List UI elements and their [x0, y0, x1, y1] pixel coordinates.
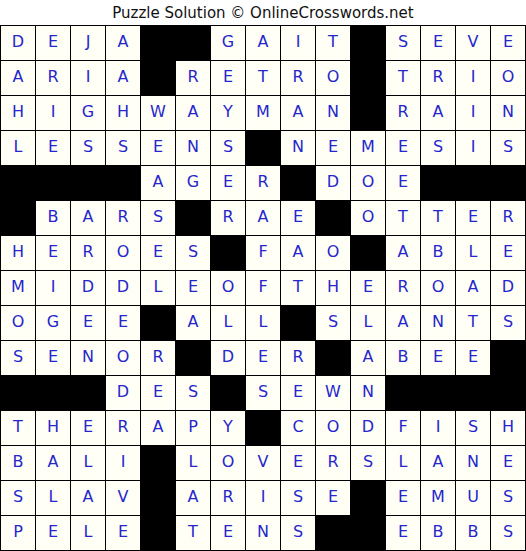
- letter-cell: E: [386, 131, 420, 165]
- black-cell: [316, 341, 350, 375]
- letter-cell: E: [71, 306, 105, 340]
- letter-cell: L: [246, 306, 280, 340]
- letter-cell: H: [1, 236, 35, 270]
- letter-cell: H: [1, 96, 35, 130]
- letter-cell: S: [491, 131, 525, 165]
- black-cell: [1, 201, 35, 235]
- black-cell: [71, 166, 105, 200]
- letter-cell: E: [316, 131, 350, 165]
- black-cell: [141, 26, 175, 60]
- letter-cell: B: [36, 201, 70, 235]
- letter-cell: E: [281, 446, 315, 480]
- letter-cell: A: [71, 481, 105, 515]
- letter-cell: L: [71, 446, 105, 480]
- letter-cell: E: [211, 516, 245, 550]
- letter-cell: W: [141, 96, 175, 130]
- letter-cell: S: [1, 481, 35, 515]
- letter-cell: S: [491, 306, 525, 340]
- letter-cell: L: [386, 446, 420, 480]
- letter-cell: L: [36, 481, 70, 515]
- letter-cell: R: [421, 61, 455, 95]
- letter-cell: O: [316, 61, 350, 95]
- letter-cell: T: [176, 516, 210, 550]
- letter-cell: C: [281, 411, 315, 445]
- black-cell: [316, 516, 350, 550]
- black-cell: [351, 26, 385, 60]
- letter-cell: N: [71, 341, 105, 375]
- black-cell: [281, 166, 315, 200]
- letter-cell: T: [386, 201, 420, 235]
- letter-cell: I: [246, 481, 280, 515]
- letter-cell: O: [211, 446, 245, 480]
- letter-cell: S: [351, 446, 385, 480]
- letter-cell: I: [456, 96, 490, 130]
- black-cell: [36, 376, 70, 410]
- letter-cell: S: [491, 516, 525, 550]
- letter-cell: V: [106, 481, 140, 515]
- letter-cell: N: [421, 306, 455, 340]
- letter-cell: H: [491, 411, 525, 445]
- letter-cell: M: [246, 96, 280, 130]
- letter-cell: E: [456, 201, 490, 235]
- letter-cell: L: [211, 306, 245, 340]
- letter-cell: A: [421, 446, 455, 480]
- black-cell: [36, 166, 70, 200]
- letter-cell: N: [456, 446, 490, 480]
- letter-cell: D: [211, 341, 245, 375]
- letter-cell: A: [281, 96, 315, 130]
- letter-cell: E: [491, 236, 525, 270]
- letter-cell: T: [386, 61, 420, 95]
- letter-cell: F: [246, 236, 280, 270]
- black-cell: [316, 201, 350, 235]
- letter-cell: R: [281, 341, 315, 375]
- letter-cell: A: [246, 201, 280, 235]
- letter-cell: I: [36, 96, 70, 130]
- letter-cell: E: [211, 166, 245, 200]
- letter-cell: T: [316, 26, 350, 60]
- letter-cell: B: [421, 236, 455, 270]
- letter-cell: T: [246, 61, 280, 95]
- letter-cell: E: [281, 201, 315, 235]
- letter-cell: E: [106, 306, 140, 340]
- letter-cell: E: [71, 411, 105, 445]
- letter-cell: I: [106, 446, 140, 480]
- letter-cell: A: [456, 271, 490, 305]
- letter-cell: H: [316, 271, 350, 305]
- black-cell: [351, 516, 385, 550]
- letter-cell: E: [386, 516, 420, 550]
- letter-cell: S: [246, 376, 280, 410]
- black-cell: [211, 376, 245, 410]
- letter-cell: O: [211, 271, 245, 305]
- black-cell: [1, 376, 35, 410]
- black-cell: [386, 376, 420, 410]
- letter-cell: A: [1, 61, 35, 95]
- letter-cell: A: [176, 306, 210, 340]
- letter-cell: A: [281, 236, 315, 270]
- black-cell: [351, 236, 385, 270]
- letter-cell: O: [351, 166, 385, 200]
- letter-cell: A: [246, 26, 280, 60]
- letter-cell: S: [106, 131, 140, 165]
- letter-cell: L: [351, 306, 385, 340]
- letter-cell: G: [176, 166, 210, 200]
- letter-cell: O: [106, 236, 140, 270]
- letter-cell: N: [351, 376, 385, 410]
- letter-cell: A: [141, 411, 175, 445]
- letter-cell: E: [141, 131, 175, 165]
- letter-cell: V: [246, 446, 280, 480]
- letter-cell: F: [386, 411, 420, 445]
- letter-cell: V: [456, 26, 490, 60]
- letter-cell: A: [351, 341, 385, 375]
- black-cell: [351, 61, 385, 95]
- letter-cell: S: [281, 481, 315, 515]
- black-cell: [141, 446, 175, 480]
- letter-cell: N: [176, 131, 210, 165]
- letter-cell: A: [106, 26, 140, 60]
- letter-cell: R: [36, 61, 70, 95]
- letter-cell: R: [141, 341, 175, 375]
- letter-cell: O: [1, 306, 35, 340]
- black-cell: [351, 96, 385, 130]
- letter-cell: R: [106, 411, 140, 445]
- black-cell: [176, 26, 210, 60]
- letter-cell: D: [71, 271, 105, 305]
- letter-cell: H: [36, 411, 70, 445]
- black-cell: [491, 166, 525, 200]
- black-cell: [176, 201, 210, 235]
- letter-cell: A: [176, 481, 210, 515]
- letter-cell: D: [1, 26, 35, 60]
- letter-cell: A: [386, 306, 420, 340]
- letter-cell: R: [316, 446, 350, 480]
- black-cell: [456, 166, 490, 200]
- black-cell: [421, 166, 455, 200]
- letter-cell: G: [36, 306, 70, 340]
- black-cell: [71, 376, 105, 410]
- letter-cell: R: [491, 201, 525, 235]
- letter-cell: E: [246, 341, 280, 375]
- letter-cell: E: [421, 341, 455, 375]
- black-cell: [246, 131, 280, 165]
- letter-cell: R: [386, 271, 420, 305]
- black-cell: [141, 306, 175, 340]
- letter-cell: J: [71, 26, 105, 60]
- letter-cell: E: [141, 236, 175, 270]
- letter-cell: E: [36, 236, 70, 270]
- letter-cell: T: [281, 271, 315, 305]
- letter-cell: A: [71, 201, 105, 235]
- letter-cell: P: [1, 516, 35, 550]
- letter-cell: T: [1, 411, 35, 445]
- letter-cell: R: [211, 481, 245, 515]
- letter-cell: U: [456, 481, 490, 515]
- letter-cell: Y: [211, 411, 245, 445]
- letter-cell: Y: [211, 96, 245, 130]
- letter-cell: M: [421, 481, 455, 515]
- letter-cell: R: [106, 201, 140, 235]
- letter-cell: R: [386, 96, 420, 130]
- letter-cell: E: [141, 376, 175, 410]
- letter-cell: E: [36, 131, 70, 165]
- letter-cell: E: [36, 26, 70, 60]
- letter-cell: T: [421, 201, 455, 235]
- letter-cell: A: [176, 96, 210, 130]
- letter-cell: M: [351, 131, 385, 165]
- black-cell: [491, 376, 525, 410]
- letter-cell: O: [106, 341, 140, 375]
- letter-cell: E: [491, 26, 525, 60]
- letter-cell: I: [281, 26, 315, 60]
- letter-cell: S: [456, 411, 490, 445]
- letter-cell: B: [386, 341, 420, 375]
- letter-cell: E: [456, 341, 490, 375]
- letter-cell: I: [71, 61, 105, 95]
- letter-cell: D: [351, 411, 385, 445]
- letter-cell: N: [246, 516, 280, 550]
- letter-cell: N: [491, 96, 525, 130]
- letter-cell: R: [211, 201, 245, 235]
- black-cell: [211, 236, 245, 270]
- letter-cell: R: [71, 236, 105, 270]
- letter-cell: W: [316, 376, 350, 410]
- letter-cell: R: [281, 61, 315, 95]
- letter-cell: T: [456, 306, 490, 340]
- letter-cell: A: [386, 236, 420, 270]
- letter-cell: S: [316, 306, 350, 340]
- letter-cell: E: [386, 481, 420, 515]
- letter-cell: B: [1, 446, 35, 480]
- letter-cell: S: [1, 341, 35, 375]
- letter-cell: D: [106, 376, 140, 410]
- letter-cell: L: [141, 271, 175, 305]
- letter-cell: I: [36, 271, 70, 305]
- letter-cell: S: [176, 236, 210, 270]
- letter-cell: R: [176, 61, 210, 95]
- letter-cell: O: [316, 411, 350, 445]
- letter-cell: A: [141, 166, 175, 200]
- letter-cell: A: [106, 61, 140, 95]
- letter-cell: N: [316, 96, 350, 130]
- letter-cell: O: [491, 61, 525, 95]
- letter-cell: E: [106, 516, 140, 550]
- black-cell: [491, 341, 525, 375]
- letter-cell: O: [316, 236, 350, 270]
- letter-cell: S: [386, 26, 420, 60]
- black-cell: [246, 411, 280, 445]
- letter-cell: S: [421, 131, 455, 165]
- letter-cell: E: [281, 376, 315, 410]
- letter-cell: G: [211, 26, 245, 60]
- letter-cell: L: [71, 516, 105, 550]
- black-cell: [141, 61, 175, 95]
- letter-cell: N: [281, 131, 315, 165]
- black-cell: [351, 481, 385, 515]
- letter-cell: S: [211, 131, 245, 165]
- letter-cell: E: [176, 271, 210, 305]
- letter-cell: M: [1, 271, 35, 305]
- letter-cell: S: [281, 516, 315, 550]
- letter-cell: L: [176, 446, 210, 480]
- letter-cell: I: [421, 411, 455, 445]
- letter-cell: R: [246, 166, 280, 200]
- letter-cell: E: [386, 166, 420, 200]
- letter-cell: B: [456, 516, 490, 550]
- letter-cell: A: [36, 446, 70, 480]
- letter-cell: E: [316, 481, 350, 515]
- black-cell: [141, 481, 175, 515]
- letter-cell: S: [141, 201, 175, 235]
- letter-cell: D: [316, 166, 350, 200]
- letter-cell: F: [246, 271, 280, 305]
- page-title: Puzzle Solution © OnlineCrosswords.net: [0, 0, 526, 25]
- letter-cell: L: [1, 131, 35, 165]
- letter-cell: S: [71, 131, 105, 165]
- letter-cell: E: [421, 26, 455, 60]
- black-cell: [456, 376, 490, 410]
- black-cell: [106, 166, 140, 200]
- letter-cell: E: [211, 61, 245, 95]
- letter-cell: D: [491, 271, 525, 305]
- letter-cell: A: [421, 96, 455, 130]
- letter-cell: E: [351, 271, 385, 305]
- letter-cell: I: [456, 131, 490, 165]
- letter-cell: O: [421, 271, 455, 305]
- letter-cell: E: [36, 516, 70, 550]
- letter-cell: I: [456, 61, 490, 95]
- black-cell: [1, 166, 35, 200]
- letter-cell: G: [71, 96, 105, 130]
- letter-cell: S: [176, 376, 210, 410]
- letter-cell: B: [421, 516, 455, 550]
- letter-cell: O: [351, 201, 385, 235]
- crossword-grid: DEJAGAITSEVEARIARETROTRIOHIGHWAYMANRAINL…: [0, 25, 526, 551]
- letter-cell: H: [106, 96, 140, 130]
- black-cell: [421, 376, 455, 410]
- black-cell: [281, 306, 315, 340]
- letter-cell: L: [456, 236, 490, 270]
- black-cell: [141, 516, 175, 550]
- letter-cell: S: [491, 481, 525, 515]
- letter-cell: P: [176, 411, 210, 445]
- letter-cell: E: [36, 341, 70, 375]
- black-cell: [176, 341, 210, 375]
- letter-cell: D: [106, 271, 140, 305]
- letter-cell: E: [491, 446, 525, 480]
